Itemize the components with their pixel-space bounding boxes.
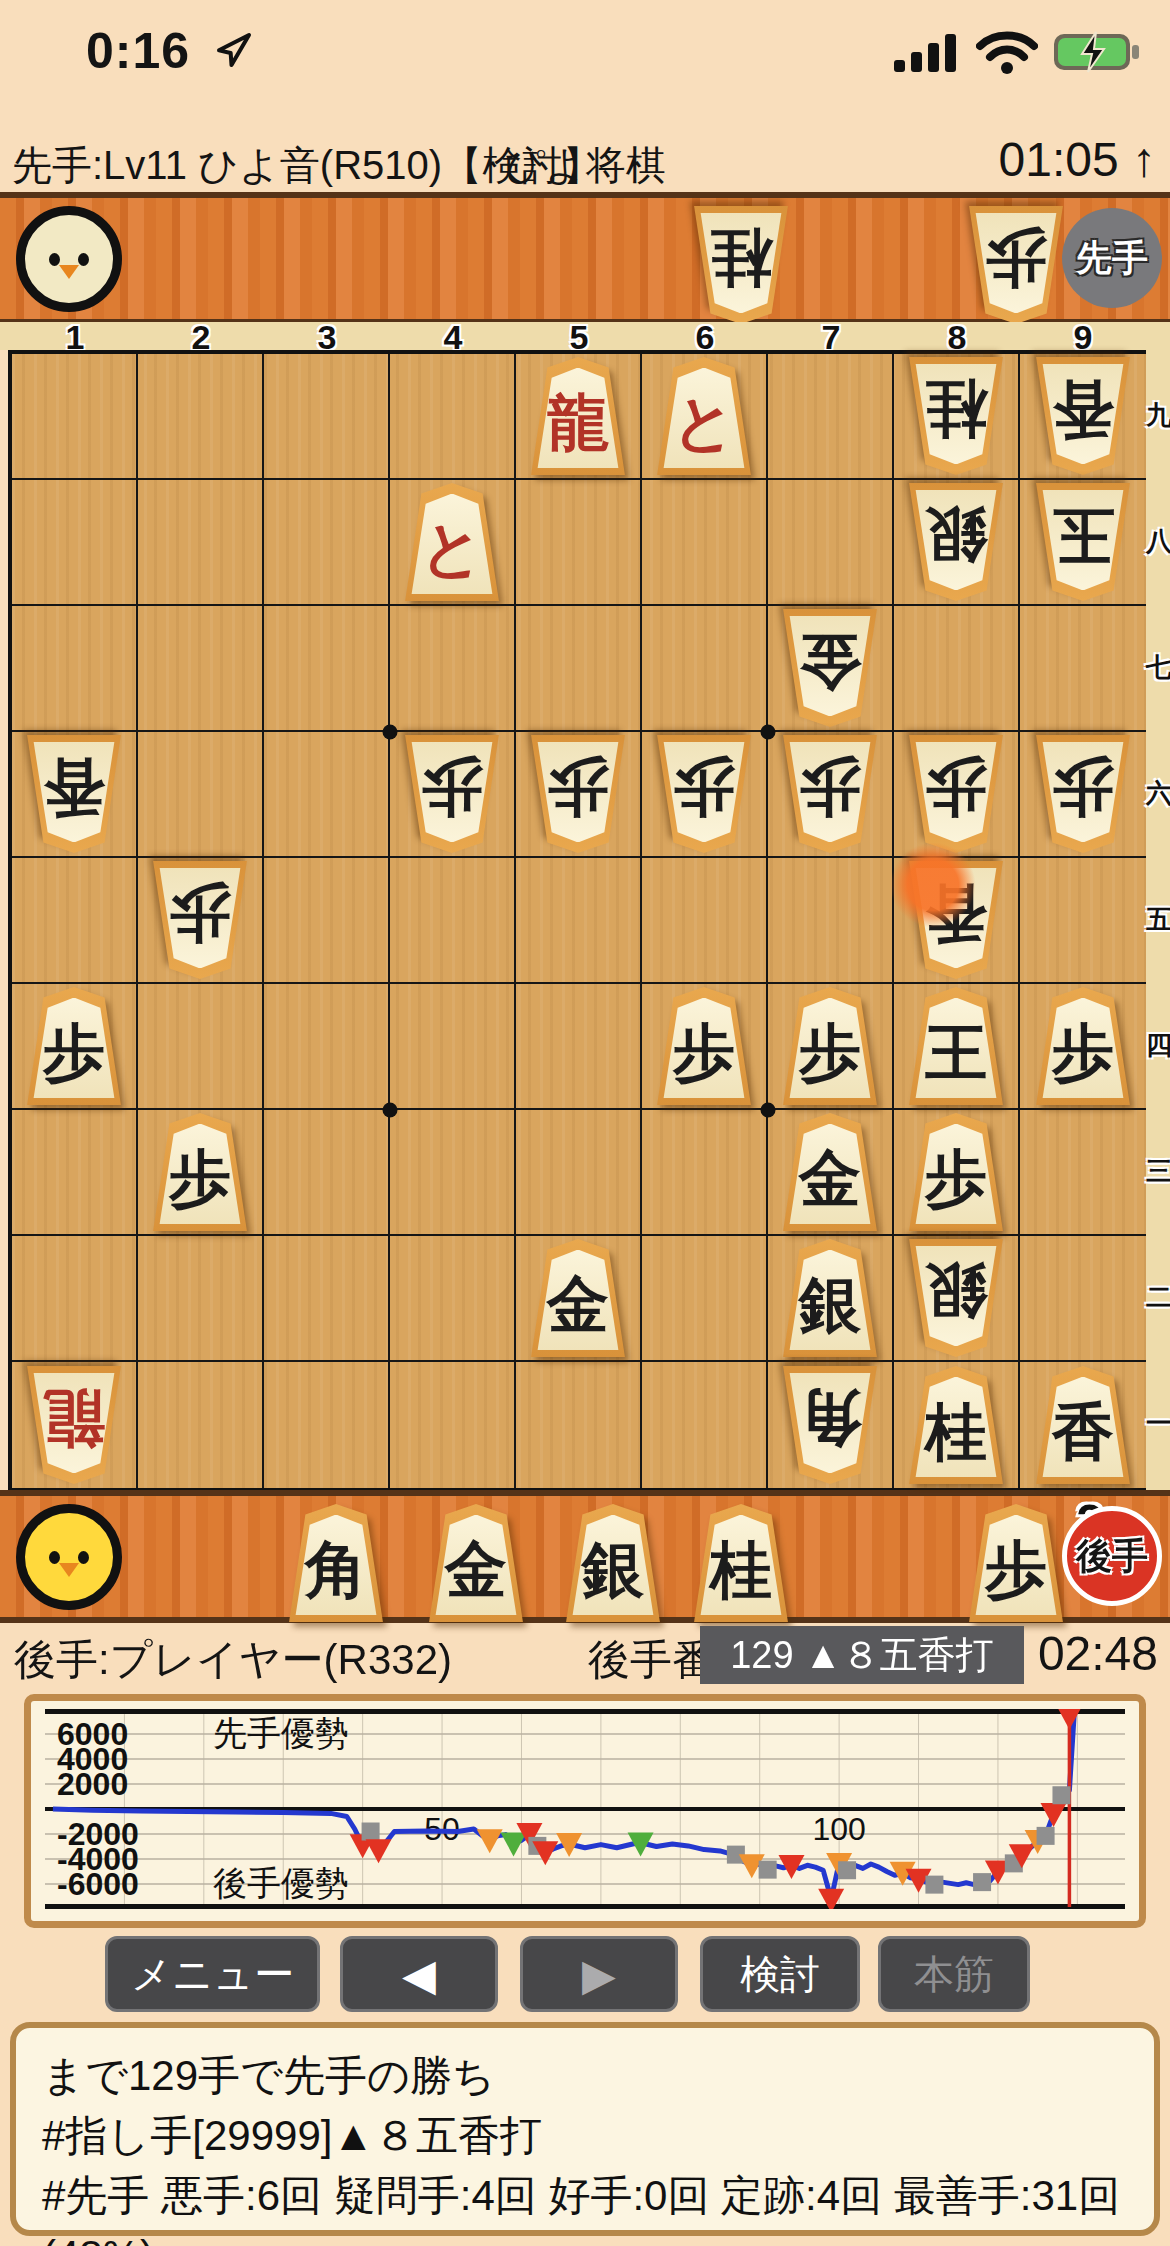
svg-text:100: 100 [812,1811,865,1847]
board-square-9八[interactable]: 玉 [1020,480,1146,606]
board-square-8四[interactable]: 王 [894,984,1020,1110]
clock-time: 0:16 [86,22,190,80]
shogi-piece-gote-金[interactable]: 金 [425,1504,527,1622]
rank-label-八: 八 [1146,524,1170,559]
shogi-piece-gote-銀[interactable]: 銀 [562,1504,664,1622]
board-square-5六[interactable]: 歩 [516,732,642,858]
piece-kanji: 歩 [169,1137,231,1221]
board-square-1一[interactable]: 龍 [12,1362,138,1488]
board-square-3六[interactable] [264,732,390,858]
board-square-8三[interactable]: 歩 [894,1110,1020,1236]
piece-kanji: 玉 [1052,493,1114,577]
sente-avatar [16,206,122,312]
board-square-4九[interactable] [390,354,516,480]
shogi-piece-gote-龍[interactable]: 龍 [527,357,629,475]
star-point [761,1103,776,1118]
piece-kanji: 桂 [925,1390,987,1474]
piece-kanji: 角 [305,1528,367,1612]
piece-kanji: 銀 [925,1249,987,1333]
board-square-1五[interactable] [12,858,138,984]
turn-indicator: 後手番 [588,1632,714,1688]
kento-button[interactable]: 検討 [700,1936,860,2012]
piece-kanji: と [672,381,735,465]
result-panel: まで129手で先手の勝ち#指し手[29999]▲８五香打#先手 悪手:6回 疑問… [10,2022,1160,2236]
rank-label-四: 四 [1146,1028,1170,1063]
gote-clock: 02:48 [1038,1626,1158,1681]
piece-kanji: 歩 [43,1011,105,1095]
piece-kanji: 銀 [925,493,987,577]
board-square-9三[interactable] [1020,1110,1146,1236]
shogi-piece-gote-香[interactable]: 香 [1032,1366,1134,1484]
menu-button[interactable]: メニュー [105,1936,320,2012]
board-square-5八[interactable] [516,480,642,606]
piece-kanji: 歩 [421,745,483,829]
board-square-6六[interactable]: 歩 [642,732,768,858]
shogi-piece-sente-歩[interactable]: 歩 [653,735,755,853]
board-square-7九[interactable] [768,354,894,480]
board-square-3五[interactable] [264,858,390,984]
board-square-6九[interactable]: と [642,354,768,480]
board-square-1三[interactable] [12,1110,138,1236]
shogi-board[interactable]: 龍と桂香と銀玉金香歩歩歩歩歩歩歩香歩歩歩王歩歩金歩金銀銀龍角桂香 [8,350,1150,1492]
shogi-piece-gote-銀[interactable]: 銀 [779,1239,881,1357]
board-square-7五[interactable] [768,858,894,984]
gote-hand-tray: 角金銀桂歩2 後手 [0,1490,1170,1623]
board-square-7二[interactable]: 銀 [768,1236,894,1362]
shogi-piece-gote-歩[interactable]: 歩 [149,1113,251,1231]
signal-bars-icon [892,30,962,78]
board-square-2三[interactable]: 歩 [138,1110,264,1236]
shogi-piece-sente-桂[interactable]: 桂 [690,206,792,324]
piece-kanji: 金 [445,1528,507,1612]
shogi-piece-gote-歩[interactable]: 歩2 [965,1504,1067,1622]
piece-kanji: 銀 [799,1263,861,1347]
shogi-piece-sente-桂[interactable]: 桂 [905,357,1007,475]
shogi-piece-sente-歩[interactable]: 歩 [401,735,503,853]
board-square-4二[interactable] [390,1236,516,1362]
piece-kanji: 角 [799,1376,861,1460]
shogi-piece-sente-歩[interactable]: 歩 [905,735,1007,853]
shogi-piece-sente-角[interactable]: 角 [779,1366,881,1484]
shogi-piece-gote-歩[interactable]: 歩 [653,987,755,1105]
board-square-1四[interactable]: 歩 [12,984,138,1110]
toolbar: メニュー◀▶検討本筋 [0,1936,1170,2014]
board-square-5九[interactable]: 龍 [516,354,642,480]
result-line-1: まで129手で先手の勝ち [42,2046,1128,2106]
board-square-1二[interactable] [12,1236,138,1362]
shogi-piece-gote-王[interactable]: 王 [905,987,1007,1105]
piece-kanji: 龍 [547,381,609,465]
shogi-piece-gote-桂[interactable]: 桂 [905,1366,1007,1484]
shogi-piece-gote-金[interactable]: 金 [779,1113,881,1231]
status-bar: 0:16 [0,0,1170,136]
board-square-8五[interactable]: 香 [894,858,1020,984]
board-square-6三[interactable] [642,1110,768,1236]
sente-clock: 01:05 ↑ [999,132,1156,187]
shogi-piece-sente-銀[interactable]: 銀 [905,1239,1007,1357]
board-square-2九[interactable] [138,354,264,480]
sente-badge: 先手 [1062,208,1162,308]
piece-kanji: 金 [799,619,861,703]
evaluation-graph-panel[interactable]: 600040002000-2000-4000-6000先手優勢後手優勢50100 [24,1694,1146,1928]
piece-kanji: 銀 [582,1528,644,1612]
board-square-4七[interactable] [390,606,516,732]
shogi-piece-gote-歩[interactable]: 歩 [1032,987,1134,1105]
piece-kanji: 歩 [985,216,1047,300]
board-square-9五[interactable] [1020,858,1146,984]
svg-text:先手優勢: 先手優勢 [213,1714,349,1752]
rank-label-六: 六 [1146,776,1170,811]
board-square-2二[interactable] [138,1236,264,1362]
piece-kanji: 桂 [710,1528,772,1612]
board-square-3二[interactable] [264,1236,390,1362]
shogi-piece-gote-と[interactable]: と [401,483,503,601]
board-square-9四[interactable]: 歩 [1020,984,1146,1110]
board-square-4三[interactable] [390,1110,516,1236]
board-square-3九[interactable] [264,354,390,480]
evaluation-chart[interactable]: 600040002000-2000-4000-6000先手優勢後手優勢50100 [45,1709,1125,1909]
shogi-piece-gote-歩[interactable]: 歩 [23,987,125,1105]
location-arrow-icon [214,30,254,74]
shogi-piece-sente-香[interactable]: 香 [23,735,125,853]
board-square-1九[interactable] [12,354,138,480]
board-square-6七[interactable] [642,606,768,732]
piece-kanji: 歩 [673,745,735,829]
board-square-8二[interactable]: 銀 [894,1236,1020,1362]
board-square-2七[interactable] [138,606,264,732]
board-square-1七[interactable] [12,606,138,732]
gote-avatar [16,1504,122,1610]
honsuji-button[interactable]: 本筋 [878,1936,1030,2012]
app-title: ぴよ将棋 [0,138,1170,193]
piece-kanji: 歩 [799,1011,861,1095]
board-square-4四[interactable] [390,984,516,1110]
board-square-8七[interactable] [894,606,1020,732]
info-row: 後手:プレイヤー(R332) 後手番 129 ▲８五香打 02:48 [0,1622,1170,1692]
piece-kanji: 香 [1052,367,1114,451]
prev-button[interactable]: ◀ [340,1936,498,2012]
board-square-2五[interactable]: 歩 [138,858,264,984]
board-square-8六[interactable]: 歩 [894,732,1020,858]
board-square-6二[interactable] [642,1236,768,1362]
shogi-piece-sente-銀[interactable]: 銀 [905,483,1007,601]
board-square-7六[interactable]: 歩 [768,732,894,858]
rank-label-五: 五 [1146,902,1170,937]
board-square-5三[interactable] [516,1110,642,1236]
board-square-9一[interactable]: 香 [1020,1362,1146,1488]
shogi-piece-gote-歩[interactable]: 歩 [905,1113,1007,1231]
board-square-9二[interactable] [1020,1236,1146,1362]
rank-label-一: 一 [1146,1406,1170,1441]
piece-kanji: 王 [925,1011,987,1095]
star-point [761,725,776,740]
board-square-4八[interactable]: と [390,480,516,606]
board-square-4六[interactable]: 歩 [390,732,516,858]
result-line-2: #指し手[29999]▲８五香打 [42,2106,1128,2166]
piece-kanji: 歩 [925,1137,987,1221]
piece-kanji: 金 [547,1263,609,1347]
sente-hand-tray: 桂歩 先手 [0,192,1170,325]
board-square-5五[interactable] [516,858,642,984]
result-line-3: #先手 悪手:6回 疑問手:4回 好手:0回 定跡:4回 最善手:31回(48%… [42,2166,1128,2246]
board-square-2八[interactable] [138,480,264,606]
shogi-piece-gote-歩[interactable]: 歩 [779,987,881,1105]
shogi-piece-sente-玉[interactable]: 玉 [1032,483,1134,601]
board-square-8八[interactable]: 銀 [894,480,1020,606]
board-square-6四[interactable]: 歩 [642,984,768,1110]
shogi-piece-sente-歩[interactable]: 歩 [1032,735,1134,853]
board-square-1八[interactable] [12,480,138,606]
board-square-3三[interactable] [264,1110,390,1236]
shogi-piece-gote-桂[interactable]: 桂 [690,1504,792,1622]
shogi-piece-gote-角[interactable]: 角 [285,1504,387,1622]
piece-kanji: 歩 [547,745,609,829]
piece-kanji: 金 [799,1137,861,1221]
shogi-piece-sente-歩[interactable]: 歩 [779,735,881,853]
board-square-4一[interactable] [390,1362,516,1488]
board-square-3七[interactable] [264,606,390,732]
piece-kanji: 歩 [169,871,231,955]
game-header: 先手:Lv11 ひよ音(R510)【検討】 ぴよ将棋 01:05 ↑ [0,136,1170,192]
svg-text:2000: 2000 [57,1766,128,1802]
shogi-piece-gote-金[interactable]: 金 [527,1239,629,1357]
board-square-3一[interactable] [264,1362,390,1488]
board-square-9六[interactable]: 歩 [1020,732,1146,858]
wifi-icon [976,30,1038,78]
piece-kanji: 歩 [925,745,987,829]
board-square-3八[interactable] [264,480,390,606]
board-square-2四[interactable] [138,984,264,1110]
svg-text:後手優勢: 後手優勢 [213,1864,349,1902]
piece-kanji: 歩 [799,745,861,829]
piyo-shogi-app: 0:16 [0,0,1170,2246]
next-button[interactable]: ▶ [520,1936,678,2012]
piece-kanji: 歩 [1052,1011,1114,1095]
rank-label-二: 二 [1146,1280,1170,1315]
file-coordinates: 123456789 [0,322,1170,350]
gote-player-label: 後手:プレイヤー(R332) [14,1632,452,1688]
current-move-box[interactable]: 129 ▲８五香打 [700,1626,1024,1684]
board-square-3四[interactable] [264,984,390,1110]
board-square-5一[interactable] [516,1362,642,1488]
board-square-9九[interactable]: 香 [1020,354,1146,480]
shogi-piece-gote-と[interactable]: と [653,357,755,475]
shogi-piece-sente-香[interactable]: 香 [1032,357,1134,475]
board-square-8一[interactable]: 桂 [894,1362,1020,1488]
board-square-7七[interactable]: 金 [768,606,894,732]
rank-coordinates: 九八七六五四三二一 [1146,350,1170,1492]
rank-label-九: 九 [1146,398,1170,433]
board-square-5二[interactable]: 金 [516,1236,642,1362]
gote-badge: 後手 [1062,1506,1162,1606]
svg-text:-6000: -6000 [57,1866,139,1902]
shogi-piece-sente-香[interactable]: 香 [905,861,1007,979]
board-square-5七[interactable] [516,606,642,732]
board-square-6五[interactable] [642,858,768,984]
shogi-piece-sente-龍[interactable]: 龍 [23,1366,125,1484]
piece-kanji: 歩 [985,1528,1047,1612]
shogi-piece-sente-金[interactable]: 金 [779,609,881,727]
board-square-2一[interactable] [138,1362,264,1488]
board-square-1六[interactable]: 香 [12,732,138,858]
board-square-7八[interactable] [768,480,894,606]
piece-kanji: と [420,507,483,591]
board-square-7三[interactable]: 金 [768,1110,894,1236]
piece-kanji: 歩 [673,1011,735,1095]
board-square-8九[interactable]: 桂 [894,354,1020,480]
piece-kanji: 桂 [925,367,987,451]
board-square-6一[interactable] [642,1362,768,1488]
piece-kanji: 香 [43,745,105,829]
board-square-7一[interactable]: 角 [768,1362,894,1488]
piece-kanji: 香 [925,871,987,955]
board-square-2六[interactable] [138,732,264,858]
piece-kanji: 歩 [1052,745,1114,829]
battery-charging-icon [1052,30,1144,78]
board-square-7四[interactable]: 歩 [768,984,894,1110]
shogi-piece-sente-歩[interactable]: 歩 [527,735,629,853]
star-point [383,1103,398,1118]
board-square-4五[interactable] [390,858,516,984]
board-square-6八[interactable] [642,480,768,606]
shogi-piece-sente-歩[interactable]: 歩 [149,861,251,979]
star-point [383,725,398,740]
piece-kanji: 龍 [43,1376,105,1460]
board-square-5四[interactable] [516,984,642,1110]
shogi-piece-sente-歩[interactable]: 歩 [965,206,1067,324]
piece-kanji: 桂 [710,216,772,300]
board-square-9七[interactable] [1020,606,1146,732]
rank-label-三: 三 [1146,1154,1170,1189]
rank-label-七: 七 [1146,650,1170,685]
piece-kanji: 香 [1052,1390,1114,1474]
